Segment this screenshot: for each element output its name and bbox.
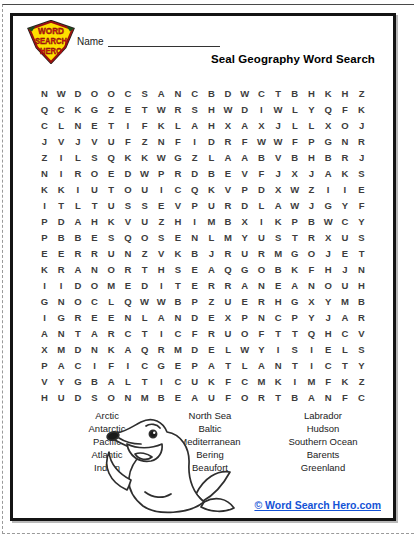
grid-cell-r16c12: U [220,325,237,341]
grid-cell-r10c3: B [70,229,87,245]
grid-cell-r16c15: T [270,325,287,341]
grid-cell-r9c12: B [220,213,237,229]
grid-cell-r8c19: Y [337,197,354,213]
grid-cell-r6c12: E [220,165,237,181]
grid-cell-r2c15: W [270,101,287,117]
grid-cell-r13c7: D [136,277,153,293]
seal-tail-flipper-upper [196,472,230,501]
grid-cell-r9c19: C [337,213,354,229]
grid-cell-r20c14: R [253,389,270,405]
grid-cell-r11c17: O [303,245,320,261]
grid-cell-r20c12: F [220,389,237,405]
grid-cell-r8c20: F [353,197,370,213]
grid-cell-r15c12: X [220,309,237,325]
grid-cell-r7c8: I [153,181,170,197]
grid-cell-r16c16: T [286,325,303,341]
grid-cell-r14c6: Q [120,293,137,309]
seal-eye [149,430,156,437]
grid-cell-r11c1: E [36,245,53,261]
grid-cell-r20c1: H [36,389,53,405]
grid-cell-r9c11: M [203,213,220,229]
grid-cell-r12c20: N [353,261,370,277]
grid-cell-r10c14: U [253,229,270,245]
grid-cell-r1c10: C [186,85,203,101]
grid-cell-r3c17: L [303,117,320,133]
grid-cell-r15c1: I [36,309,53,325]
grid-cell-r9c1: P [36,213,53,229]
grid-cell-r9c16: P [286,213,303,229]
grid-cell-r1c13: W [236,85,253,101]
grid-cell-r2c17: Y [303,101,320,117]
grid-cell-r15c17: Y [303,309,320,325]
grid-cell-r19c9: C [170,373,187,389]
grid-cell-r14c11: Z [203,293,220,309]
grid-cell-r20c6: N [120,389,137,405]
grid-cell-r12c3: A [70,261,87,277]
grid-cell-r20c8: B [153,389,170,405]
grid-cell-r17c7: Q [136,341,153,357]
grid-cell-r1c2: W [53,85,70,101]
grid-cell-r13c12: R [220,277,237,293]
grid-cell-r12c1: K [36,261,53,277]
grid-cell-r5c10: Z [186,149,203,165]
grid-cell-r11c16: G [286,245,303,261]
grid-cell-r7c9: C [170,181,187,197]
word-search-hero-link[interactable]: © Word Search Hero.com [254,499,381,511]
grid-cell-r12c9: S [170,261,187,277]
grid-cell-r14c15: H [270,293,287,309]
grid-cell-r7c4: U [86,181,103,197]
grid-cell-r16c1: A [36,325,53,341]
grid-cell-r15c19: A [337,309,354,325]
word-bank-item: Hudson [258,422,388,435]
grid-cell-r14c5: L [103,293,120,309]
grid-cell-r1c1: N [36,85,53,101]
grid-cell-r4c15: W [270,133,287,149]
grid-cell-r3c16: L [286,117,303,133]
grid-cell-r8c12: R [220,197,237,213]
grid-cell-r19c1: V [36,373,53,389]
grid-cell-r10c11: L [203,229,220,245]
grid-cell-r8c14: L [253,197,270,213]
grid-cell-r1c3: D [70,85,87,101]
grid-cell-r1c12: D [220,85,237,101]
grid-cell-r4c12: R [220,133,237,149]
grid-cell-r13c16: A [286,277,303,293]
grid-cell-r13c8: I [153,277,170,293]
grid-cell-r14c12: U [220,293,237,309]
grid-cell-r3c10: A [186,117,203,133]
grid-cell-r2c9: R [170,101,187,117]
grid-cell-r20c20: C [353,389,370,405]
grid-cell-r4c10: I [186,133,203,149]
grid-cell-r1c14: C [253,85,270,101]
grid-cell-r5c17: H [303,149,320,165]
grid-cell-r18c1: P [36,357,53,373]
grid-cell-r14c16: G [286,293,303,309]
grid-cell-r8c17: J [303,197,320,213]
grid-cell-r12c13: G [236,261,253,277]
grid-cell-r18c3: C [70,357,87,373]
grid-cell-r15c16: P [286,309,303,325]
grid-cell-r16c19: C [337,325,354,341]
grid-cell-r17c8: R [153,341,170,357]
grid-cell-r12c2: R [53,261,70,277]
grid-cell-r9c15: K [270,213,287,229]
grid-cell-r9c6: V [120,213,137,229]
grid-cell-r8c7: S [136,197,153,213]
grid-cell-r18c12: T [220,357,237,373]
grid-cell-r9c4: H [86,213,103,229]
grid-cell-r7c10: Q [186,181,203,197]
grid-cell-r19c6: L [120,373,137,389]
grid-cell-r15c11: E [203,309,220,325]
grid-cell-r2c14: I [253,101,270,117]
grid-cell-r1c16: B [286,85,303,101]
grid-cell-r2c1: Q [36,101,53,117]
grid-cell-r8c3: L [70,197,87,213]
grid-cell-r19c16: I [286,373,303,389]
grid-cell-r20c11: U [203,389,220,405]
grid-cell-r11c5: U [103,245,120,261]
grid-cell-r12c11: A [203,261,220,277]
grid-cell-r6c13: V [236,165,253,181]
grid-cell-r2c3: K [70,101,87,117]
grid-cell-r5c13: A [236,149,253,165]
grid-cell-r6c11: B [203,165,220,181]
grid-cell-r13c20: H [353,277,370,293]
grid-cell-r1c9: N [170,85,187,101]
grid-cell-r1c20: Z [353,85,370,101]
grid-cell-r11c6: N [120,245,137,261]
grid-cell-r3c11: H [203,117,220,133]
grid-cell-r2c16: L [286,101,303,117]
name-label: Name [77,36,104,47]
grid-cell-r19c19: K [337,373,354,389]
grid-cell-r17c17: I [303,341,320,357]
grid-cell-r19c20: Z [353,373,370,389]
grid-cell-r1c18: K [320,85,337,101]
grid-cell-r19c4: B [86,373,103,389]
grid-cell-r11c12: R [220,245,237,261]
grid-cell-r18c17: I [303,357,320,373]
grid-cell-r14c19: M [337,293,354,309]
grid-cell-r4c16: F [286,133,303,149]
grid-cell-r17c1: X [36,341,53,357]
grid-cell-r15c2: G [53,309,70,325]
grid-cell-r5c11: L [203,149,220,165]
grid-cell-r12c5: O [103,261,120,277]
grid-cell-r7c13: P [236,181,253,197]
grid-cell-r18c4: I [86,357,103,373]
grid-cell-r12c7: T [136,261,153,277]
grid-cell-r19c17: M [303,373,320,389]
grid-cell-r11c11: J [203,245,220,261]
grid-cell-r10c8: S [153,229,170,245]
grid-cell-r19c11: K [203,373,220,389]
grid-cell-r20c9: E [170,389,187,405]
grid-cell-r16c14: F [253,325,270,341]
grid-cell-r3c20: J [353,117,370,133]
grid-cell-r12c17: F [303,261,320,277]
grid-cell-r1c4: O [86,85,103,101]
grid-cell-r7c12: V [220,181,237,197]
grid-cell-r1c17: H [303,85,320,101]
grid-cell-r4c14: W [253,133,270,149]
grid-cell-r5c8: W [153,149,170,165]
word-bank-item: Barents [258,448,388,461]
grid-cell-r10c6: Q [120,229,137,245]
grid-cell-r17c10: D [186,341,203,357]
grid-cell-r9c3: A [70,213,87,229]
grid-cell-r17c11: E [203,341,220,357]
grid-cell-r6c18: A [320,165,337,181]
grid-cell-r3c12: X [220,117,237,133]
grid-cell-r7c19: I [337,181,354,197]
grid-cell-r11c20: T [353,245,370,261]
grid-cell-r20c19: F [337,389,354,405]
grid-cell-r19c8: I [153,373,170,389]
grid-cell-r2c12: W [220,101,237,117]
grid-cell-r12c18: H [320,261,337,277]
grid-cell-r8c4: T [86,197,103,213]
grid-cell-r17c12: L [220,341,237,357]
grid-cell-r12c19: J [337,261,354,277]
grid-cell-r4c11: D [203,133,220,149]
grid-cell-r10c20: S [353,229,370,245]
grid-cell-r19c14: M [253,373,270,389]
grid-cell-r7c5: T [103,181,120,197]
grid-cell-r7c14: D [253,181,270,197]
grid-cell-r17c13: W [236,341,253,357]
grid-cell-r16c5: R [103,325,120,341]
grid-cell-r3c18: X [320,117,337,133]
grid-cell-r8c16: W [286,197,303,213]
grid-cell-r6c15: J [270,165,287,181]
grid-cell-r14c1: G [36,293,53,309]
grid-cell-r6c1: N [36,165,53,181]
grid-cell-r3c8: K [153,117,170,133]
grid-cell-r4c3: J [70,133,87,149]
grid-cell-r20c7: M [136,389,153,405]
grid-cell-r19c3: G [70,373,87,389]
grid-cell-r15c9: N [170,309,187,325]
grid-cell-r13c11: R [203,277,220,293]
grid-cell-r5c9: G [170,149,187,165]
grid-cell-r15c10: D [186,309,203,325]
grid-cell-r15c4: E [86,309,103,325]
grid-cell-r13c10: E [186,277,203,293]
grid-cell-r4c18: G [320,133,337,149]
grid-cell-r19c15: K [270,373,287,389]
grid-cell-r4c7: Z [136,133,153,149]
name-row: Name [77,36,220,47]
grid-cell-r11c9: K [170,245,187,261]
grid-cell-r12c14: O [253,261,270,277]
grid-cell-r11c3: R [70,245,87,261]
grid-cell-r10c10: N [186,229,203,245]
grid-cell-r4c9: F [170,133,187,149]
grid-cell-r2c2: C [53,101,70,117]
grid-cell-r1c6: C [120,85,137,101]
grid-cell-r13c19: U [337,277,354,293]
grid-cell-r9c5: K [103,213,120,229]
grid-cell-r15c7: L [136,309,153,325]
grid-cell-r13c18: O [320,277,337,293]
grid-cell-r4c13: F [236,133,253,149]
logo-text-search: SEARCH [35,36,67,46]
grid-cell-r8c8: E [153,197,170,213]
grid-cell-r13c5: M [103,277,120,293]
grid-cell-r12c15: B [270,261,287,277]
grid-cell-r17c20: S [353,341,370,357]
grid-cell-r4c4: V [86,133,103,149]
grid-cell-r7c6: O [120,181,137,197]
grid-cell-r2c4: G [86,101,103,117]
grid-cell-r16c2: N [53,325,70,341]
grid-cell-r8c11: U [203,197,220,213]
grid-cell-r1c8: A [153,85,170,101]
grid-cell-r18c18: C [320,357,337,373]
grid-cell-r2c10: S [186,101,203,117]
grid-cell-r6c9: R [170,165,187,181]
grid-cell-r1c15: T [270,85,287,101]
grid-cell-r6c14: F [253,165,270,181]
grid-cell-r6c8: P [153,165,170,181]
grid-cell-r19c18: F [320,373,337,389]
grid-cell-r12c10: E [186,261,203,277]
grid-cell-r2c8: W [153,101,170,117]
grid-cell-r16c4: A [86,325,103,341]
grid-cell-r17c3: D [70,341,87,357]
grid-cell-r10c18: X [320,229,337,245]
grid-cell-r5c3: L [70,149,87,165]
grid-cell-r19c2: Y [53,373,70,389]
grid-cell-r14c2: N [53,293,70,309]
grid-cell-r6c20: S [353,165,370,181]
grid-cell-r4c8: N [153,133,170,149]
word-bank-item: Southern Ocean [258,435,388,448]
letter-grid: NWDOOCSANCBDWCTBHKHZQCKGZETWRSHWDIWLYQFK… [36,85,370,405]
grid-cell-r7c2: K [53,181,70,197]
grid-cell-r3c15: J [270,117,287,133]
grid-cell-r17c5: K [103,341,120,357]
grid-cell-r9c14: I [253,213,270,229]
grid-cell-r2c18: Q [320,101,337,117]
grid-cell-r10c2: B [53,229,70,245]
grid-cell-r2c13: D [236,101,253,117]
grid-cell-r9c20: Y [353,213,370,229]
grid-cell-r12c16: K [286,261,303,277]
grid-cell-r4c17: P [303,133,320,149]
grid-cell-r5c16: B [286,149,303,165]
grid-cell-r13c4: O [86,277,103,293]
grid-cell-r19c12: F [220,373,237,389]
grid-cell-r15c3: R [70,309,87,325]
grid-cell-r20c17: A [303,389,320,405]
grid-cell-r5c15: V [270,149,287,165]
word-bank-item: Labrador [258,409,388,422]
seal-tail-flipper-lower [201,499,234,512]
grid-cell-r9c7: U [136,213,153,229]
grid-cell-r14c3: O [70,293,87,309]
grid-cell-r14c10: P [186,293,203,309]
grid-cell-r7c11: K [203,181,220,197]
grid-cell-r19c5: A [103,373,120,389]
grid-cell-r12c12: Q [220,261,237,277]
grid-cell-r10c17: R [303,229,320,245]
grid-cell-r2c6: E [120,101,137,117]
grid-cell-r16c20: V [353,325,370,341]
grid-cell-r6c16: X [286,165,303,181]
grid-cell-r13c2: I [53,277,70,293]
grid-cell-r20c13: O [236,389,253,405]
grid-cell-r7c17: Z [303,181,320,197]
grid-cell-r8c9: V [170,197,187,213]
grid-cell-r20c3: D [70,389,87,405]
grid-cell-r18c9: E [170,357,187,373]
grid-cell-r6c19: K [337,165,354,181]
grid-cell-r4c1: J [36,133,53,149]
grid-cell-r8c18: G [320,197,337,213]
grid-cell-r4c20: R [353,133,370,149]
grid-cell-r5c5: Q [103,149,120,165]
grid-cell-r16c13: O [236,325,253,341]
grid-cell-r3c3: N [70,117,87,133]
grid-cell-r8c1: I [36,197,53,213]
grid-cell-r14c14: R [253,293,270,309]
grid-cell-r17c6: A [120,341,137,357]
grid-cell-r12c8: H [153,261,170,277]
grid-cell-r8c13: D [236,197,253,213]
grid-cell-r15c18: J [320,309,337,325]
grid-cell-r5c14: B [253,149,270,165]
seal-body [113,420,204,513]
grid-cell-r10c16: T [286,229,303,245]
grid-cell-r19c7: T [136,373,153,389]
grid-cell-r7c3: I [70,181,87,197]
grid-cell-r18c13: L [236,357,253,373]
grid-cell-r18c8: G [153,357,170,373]
grid-cell-r18c6: I [120,357,137,373]
grid-cell-r17c16: S [286,341,303,357]
grid-cell-r1c5: O [103,85,120,101]
grid-cell-r13c1: I [36,277,53,293]
grid-cell-r3c4: E [86,117,103,133]
grid-cell-r5c12: A [220,149,237,165]
grid-cell-r15c6: N [120,309,137,325]
worksheet-page: WORD SEARCH HERO Name Seal Geography Wor… [10,13,396,521]
grid-cell-r2c5: Z [103,101,120,117]
grid-cell-r14c8: W [153,293,170,309]
grid-cell-r17c18: E [320,341,337,357]
grid-cell-r6c10: D [186,165,203,181]
grid-cell-r9c13: X [236,213,253,229]
grid-cell-r4c5: U [103,133,120,149]
grid-cell-r7c7: U [136,181,153,197]
grid-cell-r11c19: E [337,245,354,261]
grid-cell-r9c2: D [53,213,70,229]
grid-cell-r11c7: Z [136,245,153,261]
grid-cell-r17c14: Y [253,341,270,357]
grid-cell-r20c10: A [186,389,203,405]
grid-cell-r3c1: C [36,117,53,133]
grid-cell-r4c19: N [337,133,354,149]
grid-cell-r20c4: S [86,389,103,405]
grid-cell-r8c10: P [186,197,203,213]
word-search-hero-logo: WORD SEARCH HERO [27,20,75,64]
grid-cell-r16c8: I [153,325,170,341]
